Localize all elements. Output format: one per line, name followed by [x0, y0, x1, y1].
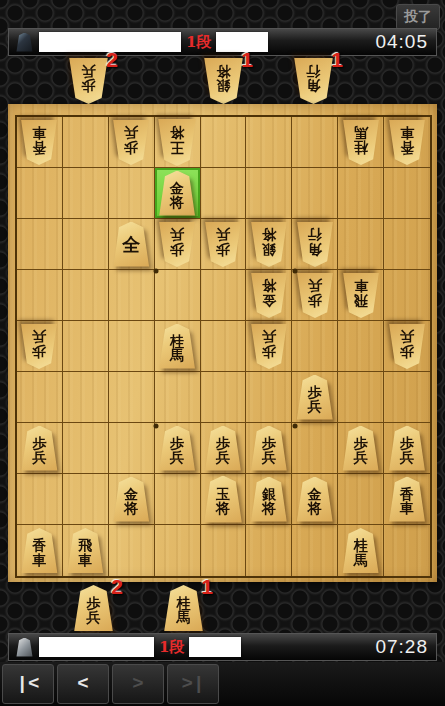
piece-kanji: 歩兵	[400, 436, 414, 465]
hand-piece-silver[interactable]: 銀将1	[203, 58, 244, 104]
piece-kanji: 桂馬	[354, 538, 368, 567]
piece-kanji: 香車	[400, 126, 414, 155]
piece-silver-south[interactable]: 銀将	[250, 477, 288, 522]
square-78[interactable]	[292, 168, 338, 219]
piece-pawn-north[interactable]: 歩兵	[112, 120, 150, 165]
square-97[interactable]	[384, 219, 430, 270]
top-player-rank: 1段	[186, 33, 211, 52]
piece-kanji: 歩兵	[82, 65, 96, 94]
square-19[interactable]: 香車	[17, 117, 63, 168]
piece-knight-south[interactable]: 桂馬	[163, 585, 204, 631]
square-62[interactable]: 銀将	[246, 474, 292, 525]
piece-kanji: 歩兵	[262, 436, 276, 465]
square-98[interactable]	[384, 168, 430, 219]
piece-lance-south[interactable]: 香車	[20, 528, 58, 573]
piece-kanji: 歩兵	[32, 330, 46, 359]
piece-kanji: 銀将	[217, 65, 231, 94]
square-94[interactable]	[384, 372, 430, 423]
piece-kanji: 香車	[32, 126, 46, 155]
square-58[interactable]	[201, 168, 247, 219]
hand-piece-count: 2	[106, 48, 118, 72]
square-16[interactable]	[17, 270, 63, 321]
piece-kanji: 金将	[262, 279, 276, 308]
piece-silver-north[interactable]: 銀将	[250, 222, 288, 267]
square-21[interactable]: 飛車	[63, 525, 109, 576]
piece-pawn-south[interactable]: 歩兵	[388, 426, 426, 471]
square-61[interactable]	[246, 525, 292, 576]
square-56[interactable]	[201, 270, 247, 321]
hand-piece-bishop[interactable]: 角行1	[293, 58, 334, 104]
piece-lance-north[interactable]: 香車	[20, 120, 58, 165]
piece-silver-north[interactable]: 銀将	[203, 58, 244, 104]
piece-king-south[interactable]: 玉将	[203, 476, 243, 523]
square-67[interactable]: 銀将	[246, 219, 292, 270]
piece-knight-south[interactable]: 桂馬	[342, 528, 380, 573]
square-87[interactable]	[338, 219, 384, 270]
piece-kanji: 桂馬	[170, 334, 184, 363]
square-23[interactable]	[63, 423, 109, 474]
square-25[interactable]	[63, 321, 109, 372]
nav-prev-button[interactable]: <	[57, 664, 109, 704]
piece-pawn-north[interactable]: 歩兵	[68, 58, 109, 104]
piece-kanji: 角行	[308, 228, 322, 257]
hoshi-dot	[293, 423, 298, 428]
nav-last-button[interactable]: >|	[167, 664, 219, 704]
piece-kanji: 歩兵	[308, 279, 322, 308]
square-18[interactable]	[17, 168, 63, 219]
piece-kanji: 飛車	[78, 538, 92, 567]
hand-piece-pawn[interactable]: 歩兵2	[73, 585, 114, 631]
piece-pawn-south[interactable]: 歩兵	[342, 426, 380, 471]
piece-gold-south[interactable]: 金将	[296, 477, 334, 522]
piece-kanji: 歩兵	[124, 126, 138, 155]
square-42[interactable]	[155, 474, 201, 525]
square-55[interactable]	[201, 321, 247, 372]
square-81[interactable]: 桂馬	[338, 525, 384, 576]
piece-pawn-south[interactable]: 歩兵	[158, 426, 196, 471]
square-88[interactable]	[338, 168, 384, 219]
hand-piece-count: 1	[241, 48, 253, 72]
square-32[interactable]: 金将	[109, 474, 155, 525]
square-66[interactable]: 金将	[246, 270, 292, 321]
piece-kanji: 金将	[170, 181, 184, 210]
piece-pawn-north[interactable]: 歩兵	[20, 324, 58, 369]
square-28[interactable]	[63, 168, 109, 219]
piece-lance-south[interactable]: 香車	[388, 477, 426, 522]
piece-kanji: 歩兵	[32, 436, 46, 465]
square-65[interactable]: 歩兵	[246, 321, 292, 372]
piece-kanji: 銀将	[262, 487, 276, 516]
piece-kanji: 金将	[124, 487, 138, 516]
hoshi-dot	[154, 423, 159, 428]
piece-kanji: 歩兵	[216, 436, 230, 465]
square-44[interactable]	[155, 372, 201, 423]
piece-kanji: 角行	[307, 65, 321, 94]
square-92[interactable]: 香車	[384, 474, 430, 525]
square-73[interactable]	[292, 423, 338, 474]
square-64[interactable]	[246, 372, 292, 423]
bottom-player-bar: 1段 07:28	[8, 633, 437, 661]
square-74[interactable]: 歩兵	[292, 372, 338, 423]
piece-gold-north[interactable]: 金将	[250, 273, 288, 318]
hand-piece-knight[interactable]: 桂馬1	[163, 585, 204, 631]
piece-kanji: 全	[122, 236, 140, 254]
square-59[interactable]	[201, 117, 247, 168]
piece-knight-north[interactable]: 桂馬	[342, 120, 380, 165]
square-91[interactable]	[384, 525, 430, 576]
square-95[interactable]: 歩兵	[384, 321, 430, 372]
hand-piece-count: 1	[201, 575, 213, 599]
square-34[interactable]	[109, 372, 155, 423]
square-45[interactable]: 桂馬	[155, 321, 201, 372]
square-15[interactable]: 歩兵	[17, 321, 63, 372]
piece-pawn-south[interactable]: 歩兵	[296, 375, 334, 420]
square-29[interactable]	[63, 117, 109, 168]
resign-button[interactable]: 投了	[396, 4, 440, 30]
square-12[interactable]	[17, 474, 63, 525]
square-85[interactable]	[338, 321, 384, 372]
piece-kanji: 歩兵	[262, 330, 276, 359]
square-31[interactable]	[109, 525, 155, 576]
bottom-player-clock: 07:28	[375, 636, 428, 658]
piece-pawn-north[interactable]: 歩兵	[388, 324, 426, 369]
square-48[interactable]: 金将	[155, 168, 201, 219]
piece-pawn-north[interactable]: 歩兵	[250, 324, 288, 369]
square-84[interactable]	[338, 372, 384, 423]
square-49[interactable]: 王将	[155, 117, 201, 168]
square-33[interactable]	[109, 423, 155, 474]
square-71[interactable]	[292, 525, 338, 576]
piece-pawn-south[interactable]: 歩兵	[250, 426, 288, 471]
hand-piece-count: 2	[111, 575, 123, 599]
square-37[interactable]: 全	[109, 219, 155, 270]
navigation-bar: |<<>>| 82. 0048KI	[0, 662, 445, 706]
hand-piece-count: 1	[331, 48, 343, 72]
piece-knight-south[interactable]: 桂馬	[158, 324, 196, 369]
top-player-bar: 1段 04:05	[8, 28, 437, 56]
bottom-player-name-blank	[39, 637, 154, 657]
square-22[interactable]	[63, 474, 109, 525]
square-53[interactable]: 歩兵	[201, 423, 247, 474]
square-52[interactable]: 玉将	[201, 474, 247, 525]
piece-gold-south[interactable]: 金将	[158, 171, 196, 216]
piece-kanji: 飛車	[354, 279, 368, 308]
top-player-piece-icon	[16, 33, 33, 52]
square-57[interactable]: 歩兵	[201, 219, 247, 270]
square-72[interactable]: 金将	[292, 474, 338, 525]
square-38[interactable]	[109, 168, 155, 219]
piece-pawn-north[interactable]: 歩兵	[296, 273, 334, 318]
piece-promoted-silver-south[interactable]: 全	[112, 222, 150, 267]
shogi-board: 香車歩兵王将桂馬香車金将全歩兵歩兵銀将角行金将歩兵飛車歩兵桂馬歩兵歩兵歩兵歩兵歩…	[8, 104, 437, 582]
piece-rook-south[interactable]: 飛車	[66, 528, 104, 573]
shogi-app: { "game": "shogi", "resign_button_label"…	[0, 0, 445, 706]
piece-pawn-south[interactable]: 歩兵	[204, 426, 242, 471]
square-86[interactable]: 飛車	[338, 270, 384, 321]
bottom-player-piece-icon	[16, 638, 33, 657]
nav-next-button[interactable]: >	[112, 664, 164, 704]
square-47[interactable]: 歩兵	[155, 219, 201, 270]
square-89[interactable]: 桂馬	[338, 117, 384, 168]
square-83[interactable]: 歩兵	[338, 423, 384, 474]
piece-lance-north[interactable]: 香車	[388, 120, 426, 165]
piece-kanji: 桂馬	[177, 596, 191, 625]
piece-kanji: 玉将	[216, 487, 230, 516]
piece-kanji: 歩兵	[87, 596, 101, 625]
bottom-player-rank: 1段	[159, 638, 184, 657]
square-96[interactable]	[384, 270, 430, 321]
piece-kanji: 銀将	[262, 228, 276, 257]
square-36[interactable]	[109, 270, 155, 321]
piece-pawn-north[interactable]: 歩兵	[204, 222, 242, 267]
piece-kanji: 香車	[32, 538, 46, 567]
piece-kanji: 香車	[400, 487, 414, 516]
square-26[interactable]	[63, 270, 109, 321]
piece-pawn-south[interactable]: 歩兵	[20, 426, 58, 471]
square-68[interactable]	[246, 168, 292, 219]
piece-bishop-north[interactable]: 角行	[293, 58, 334, 104]
square-76[interactable]: 歩兵	[292, 270, 338, 321]
square-75[interactable]	[292, 321, 338, 372]
square-77[interactable]: 角行	[292, 219, 338, 270]
piece-kanji: 歩兵	[170, 436, 184, 465]
square-35[interactable]	[109, 321, 155, 372]
square-43[interactable]: 歩兵	[155, 423, 201, 474]
piece-kanji: 桂馬	[354, 126, 368, 155]
piece-kanji: 歩兵	[354, 436, 368, 465]
piece-pawn-south[interactable]: 歩兵	[73, 585, 114, 631]
square-27[interactable]	[63, 219, 109, 270]
square-46[interactable]	[155, 270, 201, 321]
piece-kanji: 歩兵	[216, 228, 230, 257]
square-13[interactable]: 歩兵	[17, 423, 63, 474]
square-11[interactable]: 香車	[17, 525, 63, 576]
square-99[interactable]: 香車	[384, 117, 430, 168]
piece-kanji: 王将	[170, 126, 184, 155]
top-player-clock: 04:05	[375, 31, 428, 53]
piece-kanji: 歩兵	[400, 330, 414, 359]
board-grid: 香車歩兵王将桂馬香車金将全歩兵歩兵銀将角行金将歩兵飛車歩兵桂馬歩兵歩兵歩兵歩兵歩…	[15, 115, 432, 578]
square-14[interactable]	[17, 372, 63, 423]
piece-kanji: 金将	[308, 487, 322, 516]
piece-gold-south[interactable]: 金将	[112, 477, 150, 522]
piece-bishop-north[interactable]: 角行	[296, 222, 334, 267]
nav-first-button[interactable]: |<	[2, 664, 54, 704]
piece-pawn-north[interactable]: 歩兵	[158, 222, 196, 267]
square-54[interactable]	[201, 372, 247, 423]
square-39[interactable]: 歩兵	[109, 117, 155, 168]
piece-king-north[interactable]: 王将	[157, 119, 197, 166]
square-51[interactable]	[201, 525, 247, 576]
square-79[interactable]	[292, 117, 338, 168]
piece-kanji: 歩兵	[308, 385, 322, 414]
square-41[interactable]	[155, 525, 201, 576]
hoshi-dot	[293, 269, 298, 274]
square-24[interactable]	[63, 372, 109, 423]
square-17[interactable]	[17, 219, 63, 270]
hand-piece-pawn[interactable]: 歩兵2	[68, 58, 109, 104]
piece-kanji: 歩兵	[170, 228, 184, 257]
square-63[interactable]: 歩兵	[246, 423, 292, 474]
piece-rook-north[interactable]: 飛車	[342, 273, 380, 318]
square-82[interactable]	[338, 474, 384, 525]
square-93[interactable]: 歩兵	[384, 423, 430, 474]
square-69[interactable]	[246, 117, 292, 168]
hoshi-dot	[154, 269, 159, 274]
bottom-player-flag-blank	[189, 637, 241, 657]
